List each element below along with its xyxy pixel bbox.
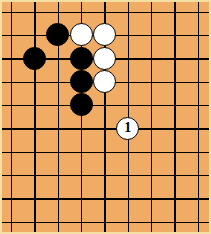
grid-line-horizontal bbox=[2, 128, 209, 129]
grid-line-horizontal bbox=[2, 12, 209, 13]
grid-line-horizontal bbox=[2, 222, 209, 223]
black-stone bbox=[23, 47, 46, 70]
grid-line-horizontal bbox=[2, 175, 209, 176]
white-stone bbox=[93, 70, 116, 93]
grid-line-horizontal bbox=[2, 152, 209, 153]
black-stone bbox=[70, 47, 93, 70]
grid-line-horizontal bbox=[2, 105, 209, 106]
grid-line-horizontal bbox=[2, 198, 209, 199]
white-stone bbox=[70, 23, 93, 46]
go-diagram: 1 bbox=[0, 0, 211, 234]
white-stone bbox=[93, 23, 116, 46]
white-stone bbox=[93, 47, 116, 70]
black-stone bbox=[46, 23, 69, 46]
black-stone bbox=[70, 70, 93, 93]
white-stone-move-1: 1 bbox=[116, 117, 139, 140]
go-board: 1 bbox=[2, 2, 209, 232]
move-number: 1 bbox=[124, 121, 131, 135]
black-stone bbox=[70, 93, 93, 116]
